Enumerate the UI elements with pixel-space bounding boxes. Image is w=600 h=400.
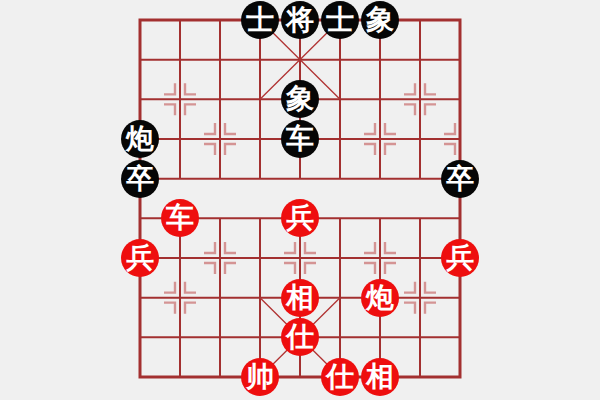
piece-black-general[interactable]: 将 [281,1,319,39]
piece-black-soldier[interactable]: 卒 [441,160,479,198]
pieces-layer: 士将士象象炮车卒卒车兵兵兵相炮仕帅仕相 [0,0,600,400]
piece-black-soldier[interactable]: 卒 [121,160,159,198]
piece-red-elephant[interactable]: 相 [361,358,399,396]
piece-black-elephant[interactable]: 象 [281,80,319,118]
piece-black-advisor[interactable]: 士 [241,1,279,39]
piece-black-advisor[interactable]: 士 [321,1,359,39]
piece-red-soldier[interactable]: 兵 [281,199,319,237]
xiangqi-board-screenshot: 士将士象象炮车卒卒车兵兵兵相炮仕帅仕相 [0,0,600,400]
piece-red-chariot[interactable]: 车 [161,199,199,237]
piece-red-elephant[interactable]: 相 [281,279,319,317]
piece-red-soldier[interactable]: 兵 [121,239,159,277]
piece-black-cannon[interactable]: 炮 [121,120,159,158]
piece-black-elephant[interactable]: 象 [361,1,399,39]
piece-black-chariot[interactable]: 车 [281,120,319,158]
piece-red-soldier[interactable]: 兵 [441,239,479,277]
piece-red-general[interactable]: 帅 [241,358,279,396]
piece-red-cannon[interactable]: 炮 [361,279,399,317]
piece-red-advisor[interactable]: 仕 [281,318,319,356]
piece-red-advisor[interactable]: 仕 [321,358,359,396]
